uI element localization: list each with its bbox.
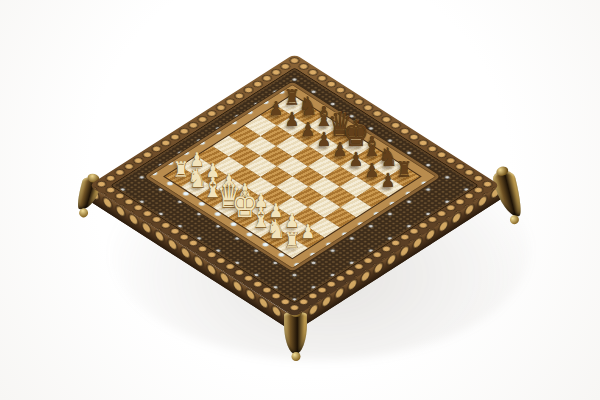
- product-photo-scene: ♜♞♝♛♚♝♞♜♟♟♟♟♟♟♟♟♟♟♟♟♟♟♟♟♜♞♝♛♚♝♞♜: [0, 0, 600, 400]
- bronze-leg-body: [284, 312, 307, 354]
- bronze-leg-bottom: [284, 312, 307, 354]
- leg-ball-foot: [78, 207, 89, 218]
- leg-ball-foot: [291, 352, 300, 361]
